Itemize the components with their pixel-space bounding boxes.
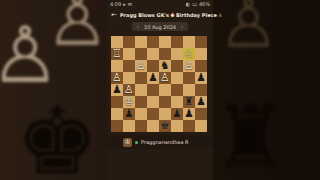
black-king[interactable]: ♚ <box>159 120 171 132</box>
black-pawn[interactable]: ♟ <box>183 108 195 120</box>
bg-pawn-right-top: ♙ <box>218 0 279 58</box>
board-square[interactable] <box>183 72 195 84</box>
player-name: Praggnanandhaa R <box>141 139 189 145</box>
board-square[interactable] <box>147 96 159 108</box>
board-square[interactable] <box>147 84 159 96</box>
board-square[interactable] <box>147 48 159 60</box>
white-rook[interactable]: ♖ <box>111 48 123 60</box>
board-square[interactable] <box>171 48 183 60</box>
black-pawn[interactable]: ♟ <box>195 72 207 84</box>
page-title: Pragg Blows GK's 🎂 Birthday Piece ♙ <box>120 12 223 18</box>
board-square[interactable] <box>123 48 135 60</box>
date-selector[interactable]: ‹ 10 Aug 2024 › <box>132 22 189 31</box>
board-square[interactable] <box>123 36 135 48</box>
status-time: 4:09 <box>110 1 121 7</box>
board-square[interactable] <box>183 120 195 132</box>
status-bar: 4:09 ▸ ✉ ◐ ▭ 46% <box>107 0 213 8</box>
board-square[interactable] <box>135 72 147 84</box>
phone-app-screen: 4:09 ▸ ✉ ◐ ▭ 46% ← Pragg Blows GK's 🎂 Bi… <box>107 0 213 180</box>
board-square[interactable] <box>123 60 135 72</box>
board-square[interactable] <box>195 120 207 132</box>
date-label: 10 Aug 2024 <box>144 24 176 30</box>
black-pawn[interactable]: ♟ <box>171 108 183 120</box>
board-square[interactable] <box>135 96 147 108</box>
online-dot <box>135 141 138 144</box>
bg-pawn-left-upper: ♙ <box>46 0 109 56</box>
signal-icon: ▭ <box>192 1 197 7</box>
board-square[interactable] <box>147 108 159 120</box>
title-text-post: Birthday Piece <box>176 12 217 18</box>
white-pawn[interactable]: ♙ <box>135 60 147 72</box>
board-square[interactable] <box>147 120 159 132</box>
board-square[interactable] <box>171 60 183 72</box>
notification-icon: ▸ <box>123 1 126 7</box>
board-square[interactable] <box>111 108 123 120</box>
board-square[interactable] <box>135 84 147 96</box>
board-square[interactable] <box>135 120 147 132</box>
board-square[interactable] <box>135 108 147 120</box>
board-square[interactable] <box>159 84 171 96</box>
black-pawn[interactable]: ♟ <box>111 84 123 96</box>
board-square[interactable] <box>135 36 147 48</box>
next-date-arrow-icon[interactable]: › <box>181 23 183 30</box>
bg-king-left-bottom: ♚ <box>16 96 98 180</box>
network-icon: ◐ <box>186 1 190 7</box>
title-text-pre: Pragg Blows GK's <box>120 12 169 18</box>
video-frame: ♙♙♚♙♜ 4:09 ▸ ✉ ◐ ▭ 46% ← Pragg Blows GK'… <box>0 0 320 180</box>
prev-date-arrow-icon[interactable]: ‹ <box>137 23 139 30</box>
player-bar[interactable]: ♔ Praggnanandhaa R <box>107 135 213 149</box>
chess-board[interactable]: ♖♘♙♞♙♙♟♙♟♟♙♔♜♟♟♟♟♚ <box>111 36 207 132</box>
board-square[interactable] <box>195 108 207 120</box>
back-arrow-icon[interactable]: ← <box>111 11 117 19</box>
bg-rook-right-bottom: ♜ <box>212 94 289 180</box>
board-square[interactable] <box>171 72 183 84</box>
board-square[interactable] <box>171 84 183 96</box>
black-pawn[interactable]: ♟ <box>195 96 207 108</box>
board-square[interactable] <box>159 96 171 108</box>
board-square[interactable] <box>171 36 183 48</box>
board-square[interactable] <box>195 48 207 60</box>
app-bar: ← Pragg Blows GK's 🎂 Birthday Piece ♙ <box>107 8 213 21</box>
cake-emoji-icon: 🎂 <box>170 12 175 17</box>
battery-percent: 46% <box>199 1 210 7</box>
pawn-emoji-icon: ♙ <box>218 12 222 18</box>
board-square[interactable] <box>147 36 159 48</box>
board-square[interactable] <box>111 120 123 132</box>
date-selector-row: ‹ 10 Aug 2024 › <box>107 22 213 33</box>
black-pawn[interactable]: ♟ <box>147 72 159 84</box>
board-square[interactable] <box>159 36 171 48</box>
board-square[interactable] <box>123 120 135 132</box>
bg-pawn-left-top: ♙ <box>0 16 60 94</box>
player-avatar: ♔ <box>123 138 132 147</box>
board-square[interactable] <box>111 96 123 108</box>
white-pawn[interactable]: ♙ <box>183 60 195 72</box>
message-icon: ✉ <box>128 1 132 7</box>
white-pawn[interactable]: ♙ <box>159 72 171 84</box>
board-square[interactable] <box>171 120 183 132</box>
board-square[interactable] <box>195 36 207 48</box>
black-pawn[interactable]: ♟ <box>123 108 135 120</box>
